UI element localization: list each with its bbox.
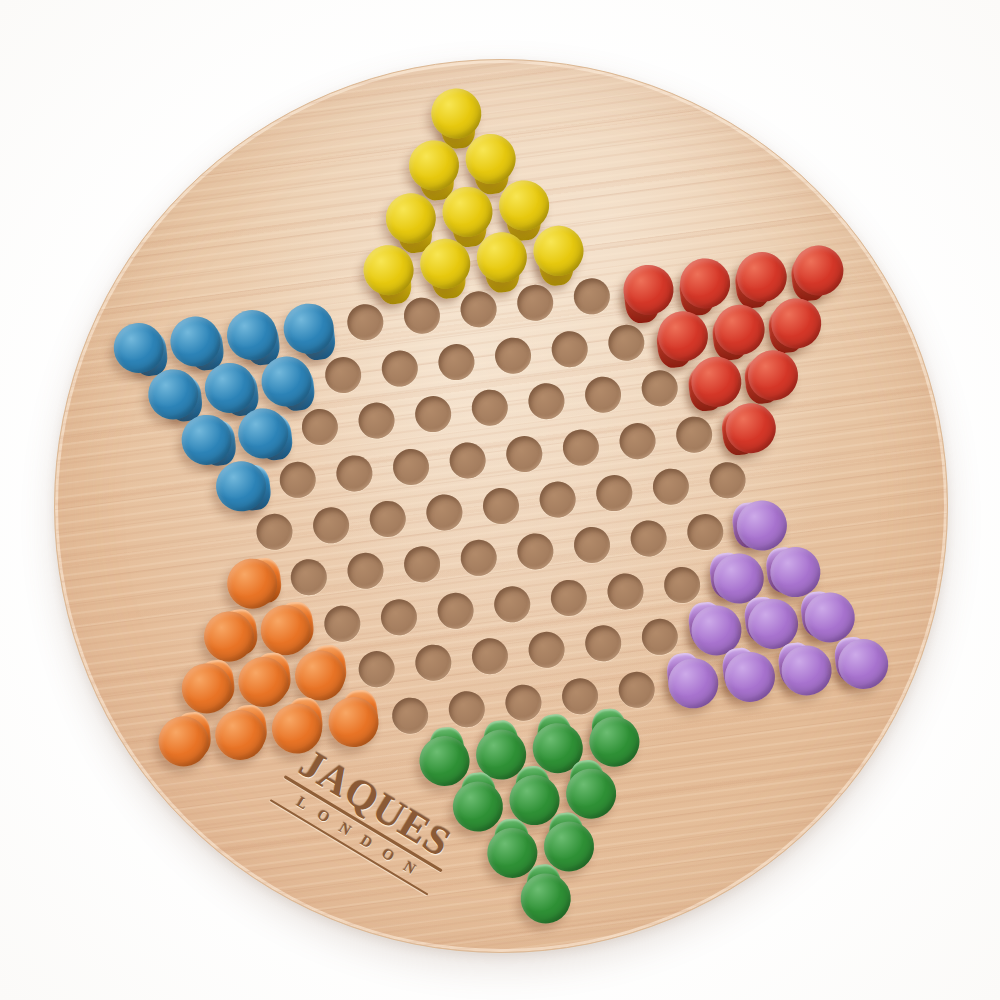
peg-orange-r11c1[interactable] (201, 609, 256, 664)
peg-orange-r13c4[interactable] (326, 694, 381, 749)
peg-purple-r13c11[interactable] (722, 649, 777, 704)
peg-blue-r5c4[interactable] (281, 301, 336, 356)
peg-orange-r11c2[interactable] (258, 602, 313, 657)
peg-red-r5c12[interactable] (734, 250, 789, 305)
peg-purple-r13c10[interactable] (666, 655, 721, 710)
peg-orange-r12c1[interactable] (179, 661, 234, 716)
peg-yellow-r1c1[interactable] (429, 86, 484, 141)
peg-blue-r8c1[interactable] (213, 458, 268, 513)
peg-head (429, 86, 484, 141)
peg-yellow-r4c1[interactable] (360, 243, 415, 298)
peg-blue-r6c2[interactable] (202, 360, 257, 415)
peg-orange-r13c1[interactable] (156, 713, 211, 768)
peg-red-r5c13[interactable] (791, 243, 846, 298)
chinese-checkers-board: JAQUES LONDON (54, 59, 948, 953)
peg-blue-r5c2[interactable] (168, 314, 223, 369)
peg-red-r7c11[interactable] (745, 348, 800, 403)
peg-orange-r12c3[interactable] (292, 648, 347, 703)
peg-red-r5c11[interactable] (677, 256, 732, 311)
peg-blue-r5c3[interactable] (224, 308, 279, 363)
peg-head (440, 184, 495, 239)
peg-yellow-r2c2[interactable] (463, 132, 518, 187)
peg-blue-r7c2[interactable] (236, 406, 291, 461)
peg-red-r6c10[interactable] (655, 309, 710, 364)
peg-green-r17c1[interactable] (518, 871, 573, 926)
peg-red-r5c10[interactable] (621, 263, 676, 318)
peg-orange-r13c3[interactable] (269, 700, 324, 755)
peg-purple-r13c12[interactable] (779, 642, 834, 697)
peg-blue-r6c1[interactable] (145, 367, 200, 422)
peg-yellow-r2c1[interactable] (406, 138, 461, 193)
peg-red-r6c12[interactable] (768, 296, 823, 351)
peg-red-r6c11[interactable] (711, 302, 766, 357)
peg-purple-r10c10[interactable] (734, 498, 789, 553)
peg-red-r8c10[interactable] (723, 400, 778, 455)
peg-yellow-r3c2[interactable] (440, 184, 495, 239)
peg-blue-r6c3[interactable] (258, 354, 313, 409)
peg-yellow-r4c3[interactable] (474, 230, 529, 285)
peg-orange-r12c2[interactable] (235, 655, 290, 710)
peg-blue-r5c1[interactable] (111, 321, 166, 376)
peg-orange-r13c2[interactable] (213, 707, 268, 762)
peg-orange-r10c1[interactable] (224, 556, 279, 611)
peg-red-r7c10[interactable] (689, 354, 744, 409)
peg-purple-r13c13[interactable] (836, 636, 891, 691)
peg-yellow-r3c1[interactable] (383, 190, 438, 245)
peg-blue-r7c1[interactable] (179, 412, 234, 467)
peg-head (496, 177, 551, 232)
peg-head (474, 230, 529, 285)
peg-yellow-r4c2[interactable] (417, 236, 472, 291)
product-photo-stage: JAQUES LONDON (0, 0, 1000, 1000)
peg-yellow-r3c3[interactable] (496, 177, 551, 232)
peg-yellow-r4c4[interactable] (530, 223, 585, 278)
peg-head (463, 132, 518, 187)
